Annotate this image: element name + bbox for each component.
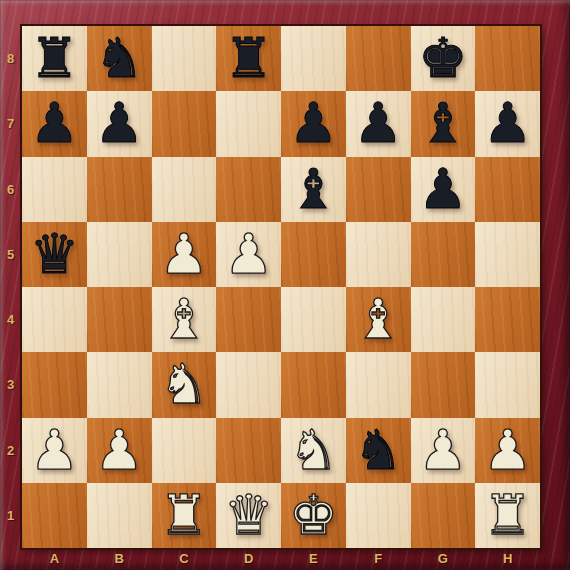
square-d7[interactable] — [216, 91, 281, 156]
piece-white-rook[interactable]: ♜ — [483, 488, 532, 543]
rank-label-6: 6 — [0, 157, 21, 222]
square-h1[interactable]: ♜ — [475, 483, 540, 548]
piece-white-pawn[interactable]: ♟ — [30, 423, 79, 478]
square-c2[interactable] — [152, 418, 217, 483]
square-c4[interactable]: ♝ — [152, 287, 217, 352]
square-h6[interactable] — [475, 157, 540, 222]
piece-black-pawn[interactable]: ♟ — [483, 96, 532, 151]
square-g3[interactable] — [411, 352, 476, 417]
chess-board: ♜♞♜♚♟♟♟♟♝♟♝♟♛♟♟♝♝♞♟♟♞♞♟♟♜♛♚♜ — [22, 26, 540, 548]
piece-white-pawn[interactable]: ♟ — [483, 423, 532, 478]
piece-white-pawn[interactable]: ♟ — [159, 227, 208, 282]
square-c7[interactable] — [152, 91, 217, 156]
file-labels: ABCDEFGH — [22, 548, 540, 568]
square-h5[interactable] — [475, 222, 540, 287]
file-label-g: G — [411, 548, 476, 568]
piece-white-knight[interactable]: ♞ — [289, 423, 338, 478]
rank-label-7: 7 — [0, 91, 21, 156]
square-f2[interactable]: ♞ — [346, 418, 411, 483]
square-c3[interactable]: ♞ — [152, 352, 217, 417]
square-a2[interactable]: ♟ — [22, 418, 87, 483]
square-g2[interactable]: ♟ — [411, 418, 476, 483]
square-e7[interactable]: ♟ — [281, 91, 346, 156]
rank-label-3: 3 — [0, 352, 21, 417]
square-d4[interactable] — [216, 287, 281, 352]
file-label-e: E — [281, 548, 346, 568]
piece-white-pawn[interactable]: ♟ — [224, 227, 273, 282]
square-h8[interactable] — [475, 26, 540, 91]
square-b1[interactable] — [87, 483, 152, 548]
square-b7[interactable]: ♟ — [87, 91, 152, 156]
square-g8[interactable]: ♚ — [411, 26, 476, 91]
piece-white-bishop[interactable]: ♝ — [353, 292, 402, 347]
square-f5[interactable] — [346, 222, 411, 287]
piece-black-pawn[interactable]: ♟ — [353, 96, 402, 151]
square-g7[interactable]: ♝ — [411, 91, 476, 156]
square-f8[interactable] — [346, 26, 411, 91]
piece-black-queen[interactable]: ♛ — [30, 227, 79, 282]
square-e1[interactable]: ♚ — [281, 483, 346, 548]
piece-white-queen[interactable]: ♛ — [224, 488, 273, 543]
square-d2[interactable] — [216, 418, 281, 483]
square-e3[interactable] — [281, 352, 346, 417]
rank-labels: 87654321 — [0, 26, 21, 548]
square-d8[interactable]: ♜ — [216, 26, 281, 91]
piece-black-pawn[interactable]: ♟ — [418, 162, 467, 217]
piece-black-pawn[interactable]: ♟ — [289, 96, 338, 151]
square-c8[interactable] — [152, 26, 217, 91]
square-f1[interactable] — [346, 483, 411, 548]
piece-white-rook[interactable]: ♜ — [159, 488, 208, 543]
piece-black-pawn[interactable]: ♟ — [94, 96, 143, 151]
square-b5[interactable] — [87, 222, 152, 287]
rank-label-1: 1 — [0, 483, 21, 548]
square-e2[interactable]: ♞ — [281, 418, 346, 483]
file-label-h: H — [475, 548, 540, 568]
rank-label-2: 2 — [0, 418, 21, 483]
file-label-d: D — [216, 548, 281, 568]
piece-black-bishop[interactable]: ♝ — [289, 162, 338, 217]
square-b2[interactable]: ♟ — [87, 418, 152, 483]
square-h7[interactable]: ♟ — [475, 91, 540, 156]
rank-label-4: 4 — [0, 287, 21, 352]
file-label-b: B — [87, 548, 152, 568]
piece-black-rook[interactable]: ♜ — [30, 31, 79, 86]
square-a1[interactable] — [22, 483, 87, 548]
square-e6[interactable]: ♝ — [281, 157, 346, 222]
square-a7[interactable]: ♟ — [22, 91, 87, 156]
piece-white-knight[interactable]: ♞ — [159, 357, 208, 412]
square-g4[interactable] — [411, 287, 476, 352]
square-d6[interactable] — [216, 157, 281, 222]
piece-black-knight[interactable]: ♞ — [94, 31, 143, 86]
file-label-a: A — [22, 548, 87, 568]
square-c6[interactable] — [152, 157, 217, 222]
piece-black-rook[interactable]: ♜ — [224, 31, 273, 86]
piece-white-pawn[interactable]: ♟ — [94, 423, 143, 478]
piece-black-pawn[interactable]: ♟ — [30, 96, 79, 151]
square-b6[interactable] — [87, 157, 152, 222]
square-e8[interactable] — [281, 26, 346, 91]
square-a3[interactable] — [22, 352, 87, 417]
square-h3[interactable] — [475, 352, 540, 417]
square-a4[interactable] — [22, 287, 87, 352]
square-d5[interactable]: ♟ — [216, 222, 281, 287]
file-label-f: F — [346, 548, 411, 568]
square-f7[interactable]: ♟ — [346, 91, 411, 156]
piece-black-knight[interactable]: ♞ — [353, 423, 402, 478]
piece-white-bishop[interactable]: ♝ — [159, 292, 208, 347]
square-a5[interactable]: ♛ — [22, 222, 87, 287]
square-a8[interactable]: ♜ — [22, 26, 87, 91]
square-g1[interactable] — [411, 483, 476, 548]
square-b3[interactable] — [87, 352, 152, 417]
rank-label-5: 5 — [0, 222, 21, 287]
square-b8[interactable]: ♞ — [87, 26, 152, 91]
square-f4[interactable]: ♝ — [346, 287, 411, 352]
piece-black-bishop[interactable]: ♝ — [418, 96, 467, 151]
square-h4[interactable] — [475, 287, 540, 352]
square-f3[interactable] — [346, 352, 411, 417]
square-f6[interactable] — [346, 157, 411, 222]
square-g6[interactable]: ♟ — [411, 157, 476, 222]
square-g5[interactable] — [411, 222, 476, 287]
square-d1[interactable]: ♛ — [216, 483, 281, 548]
square-e4[interactable] — [281, 287, 346, 352]
square-c1[interactable]: ♜ — [152, 483, 217, 548]
file-label-c: C — [152, 548, 217, 568]
square-e5[interactable] — [281, 222, 346, 287]
piece-black-king[interactable]: ♚ — [418, 31, 467, 86]
square-b4[interactable] — [87, 287, 152, 352]
square-c5[interactable]: ♟ — [152, 222, 217, 287]
piece-white-pawn[interactable]: ♟ — [418, 423, 467, 478]
square-h2[interactable]: ♟ — [475, 418, 540, 483]
square-d3[interactable] — [216, 352, 281, 417]
chess-board-frame: ♜♞♜♚♟♟♟♟♝♟♝♟♛♟♟♝♝♞♟♟♞♞♟♟♜♛♚♜ 87654321 AB… — [0, 0, 570, 570]
piece-white-king[interactable]: ♚ — [289, 488, 338, 543]
square-a6[interactable] — [22, 157, 87, 222]
rank-label-8: 8 — [0, 26, 21, 91]
